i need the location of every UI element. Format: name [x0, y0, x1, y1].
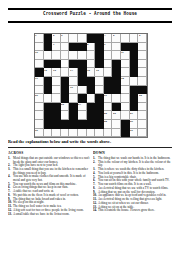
- black-cell: [52, 103, 61, 112]
- down-column: DOWN 1.The thing that we wash our hands …: [93, 151, 175, 251]
- grid-cell[interactable]: [87, 51, 96, 60]
- clue-text: This is a small thing that you use in th…: [13, 167, 90, 174]
- cell-number: 11: [121, 51, 124, 54]
- black-cell: [104, 77, 113, 86]
- black-cell: [44, 34, 53, 43]
- grid-cell[interactable]: 26: [112, 111, 121, 120]
- grid-cell[interactable]: [69, 129, 78, 138]
- black-cell: [44, 103, 53, 112]
- grid-cell[interactable]: [138, 111, 147, 120]
- black-cell: [95, 34, 104, 43]
- cell-number: 17: [35, 77, 38, 80]
- cell-number: 30: [35, 129, 38, 132]
- grid-cell[interactable]: [61, 111, 70, 120]
- grid-cell[interactable]: [121, 103, 130, 112]
- grid-cell[interactable]: [87, 94, 96, 103]
- grid-cell[interactable]: 1: [35, 34, 44, 43]
- page-title: Crossword Puzzle - Around the House: [0, 11, 180, 16]
- grid-cell[interactable]: [112, 51, 121, 60]
- grid-cell[interactable]: 8: [87, 43, 96, 52]
- cell-number: 12: [44, 69, 47, 72]
- cell-number: 21: [104, 94, 107, 97]
- clue-text: This is the colour of my kitchen. It is …: [98, 160, 175, 167]
- grid-cell[interactable]: [87, 129, 96, 138]
- cell-number: 16: [96, 69, 99, 72]
- cell-number: 22: [139, 94, 142, 97]
- grid-cell[interactable]: [121, 68, 130, 77]
- black-cell: [61, 77, 70, 86]
- black-cell: [95, 60, 104, 69]
- cell-number: 31: [130, 129, 133, 132]
- grid-cell[interactable]: [35, 43, 44, 52]
- down-header: DOWN: [93, 151, 175, 155]
- grid-cell[interactable]: [61, 43, 70, 52]
- grid-cell[interactable]: [138, 60, 147, 69]
- clue-item: 2.This is the colour of my kitchen. It i…: [93, 160, 175, 167]
- black-cell: [87, 111, 96, 120]
- black-cell: [61, 120, 70, 129]
- grid-cell[interactable]: 4: [104, 34, 113, 43]
- grid-cell[interactable]: [69, 51, 78, 60]
- grid-cell[interactable]: [44, 51, 53, 60]
- black-cell: [44, 43, 53, 52]
- grid-cell[interactable]: 15: [87, 68, 96, 77]
- grid-cell[interactable]: [138, 77, 147, 86]
- grid-cell[interactable]: [61, 68, 70, 77]
- grid-cell[interactable]: [138, 51, 147, 60]
- black-cell: [130, 60, 139, 69]
- grid-cell[interactable]: 24: [78, 103, 87, 112]
- grid-cell[interactable]: 22: [138, 94, 147, 103]
- black-cell: [112, 86, 121, 95]
- black-cell: [69, 120, 78, 129]
- grid-cell[interactable]: [104, 103, 113, 112]
- grid-cell[interactable]: [138, 43, 147, 52]
- across-column: ACROSS 1.Metal things that are put outsi…: [8, 151, 90, 251]
- black-cell: [69, 111, 78, 120]
- clue-text: A small table that we have in the living…: [13, 211, 90, 215]
- grid-cell[interactable]: [121, 94, 130, 103]
- grid-cell[interactable]: 25: [104, 111, 113, 120]
- grid-cell[interactable]: [69, 94, 78, 103]
- grid-cell[interactable]: [130, 77, 139, 86]
- cell-number: 29: [130, 120, 133, 123]
- cell-number: 4: [104, 34, 105, 37]
- grid-cell[interactable]: [121, 86, 130, 95]
- grid-cell[interactable]: [78, 129, 87, 138]
- grid-cell[interactable]: [112, 94, 121, 103]
- black-cell: [95, 103, 104, 112]
- grid-cell[interactable]: 5: [112, 34, 121, 43]
- black-cell: [44, 111, 53, 120]
- grid-cell[interactable]: 14: [69, 68, 78, 77]
- crossword-grid: 1234567891011121314151617181920212223242…: [34, 33, 148, 138]
- cell-number: 10: [35, 51, 38, 54]
- cell-number: 8: [87, 43, 88, 46]
- grid-cell[interactable]: [52, 94, 61, 103]
- grid-cell[interactable]: [95, 77, 104, 86]
- across-clue-list: 1.Metal things that are put outside our …: [8, 156, 90, 215]
- cell-number: 25: [104, 112, 107, 115]
- grid-cell[interactable]: [35, 111, 44, 120]
- cell-number: 18: [121, 77, 124, 80]
- cell-number: 26: [113, 112, 116, 115]
- clue-text: You use this to make clothes flat and sm…: [13, 174, 90, 181]
- cell-number: 20: [35, 94, 38, 97]
- grid-cell[interactable]: [44, 94, 53, 103]
- grid-cell[interactable]: [138, 103, 147, 112]
- top-rule: [8, 8, 172, 10]
- grid-cell[interactable]: [112, 129, 121, 138]
- grid-cell[interactable]: [61, 129, 70, 138]
- clue-item: 14.This is outside the house. Flowers gr…: [93, 208, 175, 212]
- black-cell: [95, 43, 104, 52]
- black-cell: [87, 34, 96, 43]
- black-cell: [87, 86, 96, 95]
- clue-item: 3.This is a small thing that you use in …: [8, 167, 90, 174]
- black-cell: [95, 51, 104, 60]
- grid-cell[interactable]: [112, 120, 121, 129]
- black-cell: [44, 120, 53, 129]
- black-cell: [130, 68, 139, 77]
- grid-cell[interactable]: [112, 43, 121, 52]
- grid-cell[interactable]: [52, 77, 61, 86]
- clue-item: 4.You use this to make clothes flat and …: [8, 174, 90, 181]
- grid-cell[interactable]: [104, 129, 113, 138]
- grid-cell[interactable]: [104, 51, 113, 60]
- cell-number: 19: [70, 86, 73, 89]
- black-cell: [121, 129, 130, 138]
- grid-cell[interactable]: 2: [52, 34, 61, 43]
- grid-cell[interactable]: [61, 60, 70, 69]
- black-cell: [52, 120, 61, 129]
- grid-cell[interactable]: [35, 60, 44, 69]
- black-cell: [130, 103, 139, 112]
- black-cell: [104, 86, 113, 95]
- across-header: ACROSS: [8, 151, 90, 155]
- grid-cell[interactable]: 9: [104, 43, 113, 52]
- black-cell: [78, 60, 87, 69]
- grid-cell[interactable]: [61, 51, 70, 60]
- black-cell: [78, 94, 87, 103]
- grid-cell[interactable]: 3: [61, 34, 70, 43]
- clue-item: 1.Metal things that are put outside our …: [8, 156, 90, 163]
- black-cell: [112, 68, 121, 77]
- cell-number: 7: [53, 43, 54, 46]
- grid-cell[interactable]: 28: [104, 120, 113, 129]
- black-cell: [112, 60, 121, 69]
- grid-cell[interactable]: [69, 34, 78, 43]
- instruction-text: Read the explanations below and write th…: [8, 139, 172, 144]
- black-cell: [44, 60, 53, 69]
- grid-cell[interactable]: [138, 68, 147, 77]
- grid-cell[interactable]: [138, 120, 147, 129]
- grid-cell[interactable]: [87, 60, 96, 69]
- down-clue-list: 1.The thing that we wash our hands in. I…: [93, 156, 175, 212]
- grid-cell[interactable]: [35, 86, 44, 95]
- black-cell: [87, 120, 96, 129]
- black-cell: [138, 86, 147, 95]
- black-cell: [130, 51, 139, 60]
- black-cell: [61, 94, 70, 103]
- grid-cell[interactable]: [44, 129, 53, 138]
- black-cell: [121, 120, 130, 129]
- grid-cell[interactable]: [104, 68, 113, 77]
- black-cell: [112, 77, 121, 86]
- black-cell: [95, 94, 104, 103]
- grid-cell[interactable]: 6: [138, 34, 147, 43]
- grid-cell[interactable]: 13: [52, 68, 61, 77]
- grid-cell[interactable]: 16: [95, 68, 104, 77]
- grid-cell[interactable]: [35, 103, 44, 112]
- grid-cell[interactable]: [78, 111, 87, 120]
- black-cell: [78, 43, 87, 52]
- title-bar: Crossword Puzzle - Around the House: [0, 11, 180, 20]
- clue-item: 13.A small table that we have in the liv…: [8, 211, 90, 215]
- black-cell: [87, 103, 96, 112]
- black-cell: [52, 111, 61, 120]
- grid-cell[interactable]: [78, 34, 87, 43]
- grid-cell[interactable]: 18: [121, 77, 130, 86]
- instruction-row: Read the explanations below and write th…: [8, 139, 172, 145]
- grid-cell[interactable]: [130, 34, 139, 43]
- cell-number: 15: [87, 69, 90, 72]
- grid-cell[interactable]: [78, 51, 87, 60]
- grid-cell[interactable]: 11: [121, 51, 130, 60]
- grid-cell[interactable]: 21: [104, 94, 113, 103]
- cell-number: 24: [78, 103, 81, 106]
- black-cell: [130, 94, 139, 103]
- black-cell: [52, 60, 61, 69]
- cell-number: 3: [61, 34, 62, 37]
- grid-cell[interactable]: [95, 86, 104, 95]
- black-cell: [44, 86, 53, 95]
- grid-cell[interactable]: 30: [35, 129, 44, 138]
- grid-cell[interactable]: 27: [130, 111, 139, 120]
- grid-cell[interactable]: 12: [44, 68, 53, 77]
- cell-number: 2: [53, 34, 54, 37]
- grid-cell[interactable]: 31: [130, 129, 139, 138]
- black-cell: [95, 120, 104, 129]
- black-cell: [78, 120, 87, 129]
- black-cell: [130, 43, 139, 52]
- black-cell: [112, 103, 121, 112]
- grid-cell[interactable]: [104, 60, 113, 69]
- worksheet-page: Crossword Puzzle - Around the House 1234…: [0, 0, 180, 256]
- cell-number: 27: [130, 112, 133, 115]
- grid-cell[interactable]: [52, 129, 61, 138]
- cell-number: 6: [139, 34, 140, 37]
- grid-cell[interactable]: 23: [61, 103, 70, 112]
- grid-cell[interactable]: [52, 51, 61, 60]
- grid-cell[interactable]: [121, 34, 130, 43]
- grid-cell[interactable]: 10: [35, 51, 44, 60]
- cell-number: 13: [53, 69, 56, 72]
- grid-cell[interactable]: 20: [35, 94, 44, 103]
- cell-number: 1: [35, 34, 36, 37]
- black-cell: [78, 68, 87, 77]
- cell-number: 28: [104, 120, 107, 123]
- black-cell: [61, 86, 70, 95]
- grid-cell[interactable]: 19: [69, 86, 78, 95]
- title-underline-rule: [8, 21, 172, 23]
- grid-cell[interactable]: [52, 86, 61, 95]
- grid-cell[interactable]: [78, 86, 87, 95]
- black-cell: [78, 77, 87, 86]
- grid-cell[interactable]: [138, 129, 147, 138]
- grid-cell[interactable]: [35, 120, 44, 129]
- cell-number: 9: [104, 43, 105, 46]
- cell-number: 23: [61, 103, 64, 106]
- cell-number: 5: [113, 34, 114, 37]
- black-cell: [69, 103, 78, 112]
- black-cell: [95, 111, 104, 120]
- grid-cell[interactable]: [95, 129, 104, 138]
- grid-cell[interactable]: [69, 77, 78, 86]
- black-cell: [35, 68, 44, 77]
- black-cell: [87, 77, 96, 86]
- clue-text: Metal things that are put outside our wi…: [13, 156, 90, 163]
- black-cell: [69, 43, 78, 52]
- grid-cell[interactable]: 29: [130, 120, 139, 129]
- black-cell: [121, 43, 130, 52]
- black-cell: [69, 60, 78, 69]
- grid-cell[interactable]: [121, 111, 130, 120]
- grid-cell[interactable]: [121, 60, 130, 69]
- black-cell: [130, 86, 139, 95]
- grid-cell[interactable]: 17: [35, 77, 44, 86]
- grid-cell[interactable]: 7: [52, 43, 61, 52]
- cell-number: 14: [70, 69, 73, 72]
- instruction-rule: [8, 147, 172, 148]
- black-cell: [44, 77, 53, 86]
- clue-text: This is outside the house. Flowers grow …: [98, 208, 175, 212]
